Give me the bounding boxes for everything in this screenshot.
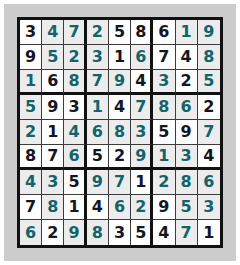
cell-r3c5[interactable]: 9 xyxy=(109,70,131,95)
cell-r4c1[interactable]: 5 xyxy=(20,95,42,120)
cell-r8c6[interactable]: 2 xyxy=(131,195,153,220)
cell-r1c1[interactable]: 3 xyxy=(20,20,42,45)
cell-r1c7[interactable]: 6 xyxy=(153,20,175,45)
cell-r7c2[interactable]: 3 xyxy=(42,170,64,195)
cell-r1c3[interactable]: 7 xyxy=(64,20,86,45)
cell-r1c5[interactable]: 5 xyxy=(109,20,131,45)
cell-r4c3[interactable]: 3 xyxy=(64,95,86,120)
cell-r2c1[interactable]: 9 xyxy=(20,45,42,70)
cell-r8c3[interactable]: 1 xyxy=(64,195,86,220)
cell-r9c4[interactable]: 8 xyxy=(87,220,109,245)
cell-r6c6[interactable]: 9 xyxy=(131,145,153,170)
cell-r1c2[interactable]: 4 xyxy=(42,20,64,45)
cell-r2c7[interactable]: 7 xyxy=(153,45,175,70)
cell-r3c4[interactable]: 7 xyxy=(87,70,109,95)
cell-r5c7[interactable]: 5 xyxy=(153,120,175,145)
cell-r3c6[interactable]: 4 xyxy=(131,70,153,95)
cell-r9c3[interactable]: 9 xyxy=(64,220,86,245)
cell-r2c6[interactable]: 6 xyxy=(131,45,153,70)
cell-r5c3[interactable]: 4 xyxy=(64,120,86,145)
cell-r2c2[interactable]: 5 xyxy=(42,45,64,70)
cell-r3c3[interactable]: 8 xyxy=(64,70,86,95)
cell-r4c2[interactable]: 9 xyxy=(42,95,64,120)
cell-r6c2[interactable]: 7 xyxy=(42,145,64,170)
cell-r3c1[interactable]: 1 xyxy=(20,70,42,95)
cell-r5c8[interactable]: 9 xyxy=(176,120,198,145)
cell-r6c3[interactable]: 6 xyxy=(64,145,86,170)
cell-r9c5[interactable]: 3 xyxy=(109,220,131,245)
cell-r7c1[interactable]: 4 xyxy=(20,170,42,195)
cell-r1c8[interactable]: 1 xyxy=(176,20,198,45)
cell-r1c9[interactable]: 9 xyxy=(198,20,220,45)
cell-r8c4[interactable]: 4 xyxy=(87,195,109,220)
cell-r5c9[interactable]: 7 xyxy=(198,120,220,145)
cell-r6c9[interactable]: 4 xyxy=(198,145,220,170)
cell-r5c1[interactable]: 2 xyxy=(20,120,42,145)
cell-r2c5[interactable]: 1 xyxy=(109,45,131,70)
cell-r8c1[interactable]: 7 xyxy=(20,195,42,220)
cell-r1c4[interactable]: 2 xyxy=(87,20,109,45)
cell-r7c8[interactable]: 8 xyxy=(176,170,198,195)
cell-r7c9[interactable]: 6 xyxy=(198,170,220,195)
cell-r4c9[interactable]: 2 xyxy=(198,95,220,120)
cell-r2c9[interactable]: 8 xyxy=(198,45,220,70)
cell-r1c6[interactable]: 8 xyxy=(131,20,153,45)
cell-r7c7[interactable]: 2 xyxy=(153,170,175,195)
cell-r4c8[interactable]: 6 xyxy=(176,95,198,120)
cell-r8c5[interactable]: 6 xyxy=(109,195,131,220)
cell-r2c8[interactable]: 4 xyxy=(176,45,198,70)
cell-r8c7[interactable]: 9 xyxy=(153,195,175,220)
cell-r5c6[interactable]: 3 xyxy=(131,120,153,145)
cell-r7c3[interactable]: 5 xyxy=(64,170,86,195)
cell-r3c8[interactable]: 2 xyxy=(176,70,198,95)
cell-r8c8[interactable]: 5 xyxy=(176,195,198,220)
cell-r7c4[interactable]: 9 xyxy=(87,170,109,195)
cell-r6c7[interactable]: 1 xyxy=(153,145,175,170)
cell-r4c6[interactable]: 7 xyxy=(131,95,153,120)
cell-r6c8[interactable]: 3 xyxy=(176,145,198,170)
cell-r8c9[interactable]: 3 xyxy=(198,195,220,220)
cell-r4c5[interactable]: 4 xyxy=(109,95,131,120)
cell-r2c3[interactable]: 2 xyxy=(64,45,86,70)
cell-r7c5[interactable]: 7 xyxy=(109,170,131,195)
cell-r4c4[interactable]: 1 xyxy=(87,95,109,120)
cell-r6c1[interactable]: 8 xyxy=(20,145,42,170)
cell-r9c2[interactable]: 2 xyxy=(42,220,64,245)
cell-r7c6[interactable]: 1 xyxy=(131,170,153,195)
cell-r3c2[interactable]: 6 xyxy=(42,70,64,95)
cell-r2c4[interactable]: 3 xyxy=(87,45,109,70)
cell-r5c5[interactable]: 8 xyxy=(109,120,131,145)
cell-r5c4[interactable]: 6 xyxy=(87,120,109,145)
cell-r9c1[interactable]: 6 xyxy=(20,220,42,245)
cell-r3c9[interactable]: 5 xyxy=(198,70,220,95)
cell-r3c7[interactable]: 3 xyxy=(153,70,175,95)
cell-r9c8[interactable]: 7 xyxy=(176,220,198,245)
cell-r6c4[interactable]: 5 xyxy=(87,145,109,170)
cell-r5c2[interactable]: 1 xyxy=(42,120,64,145)
sudoku-board: 3472586199523167481687943255931478622146… xyxy=(17,17,223,248)
cell-r9c6[interactable]: 5 xyxy=(131,220,153,245)
cell-r4c7[interactable]: 8 xyxy=(153,95,175,120)
cell-r9c9[interactable]: 1 xyxy=(198,220,220,245)
cell-r8c2[interactable]: 8 xyxy=(42,195,64,220)
cell-r6c5[interactable]: 2 xyxy=(109,145,131,170)
cell-r9c7[interactable]: 4 xyxy=(153,220,175,245)
